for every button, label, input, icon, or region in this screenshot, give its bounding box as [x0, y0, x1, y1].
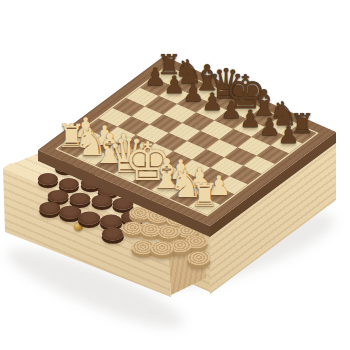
checker-dark [48, 190, 69, 202]
checker-dark [100, 215, 122, 228]
checker-dark [78, 212, 100, 225]
piece-white-rook: ♜ [190, 179, 219, 211]
chess-box-product-photo: ♜♞♟♝♟♛♟♚♟♝♟♞♟♜♟♟♟♟♜♟♞♟♝♟♛♟♚♟♝♟♞♜ [0, 0, 350, 350]
piece-black-pawn: ♟ [278, 123, 300, 147]
checker-light [187, 251, 210, 265]
checker-dark [39, 202, 60, 215]
checker-light [151, 241, 174, 255]
checker-dark [38, 173, 58, 185]
checker-dark [59, 178, 79, 190]
